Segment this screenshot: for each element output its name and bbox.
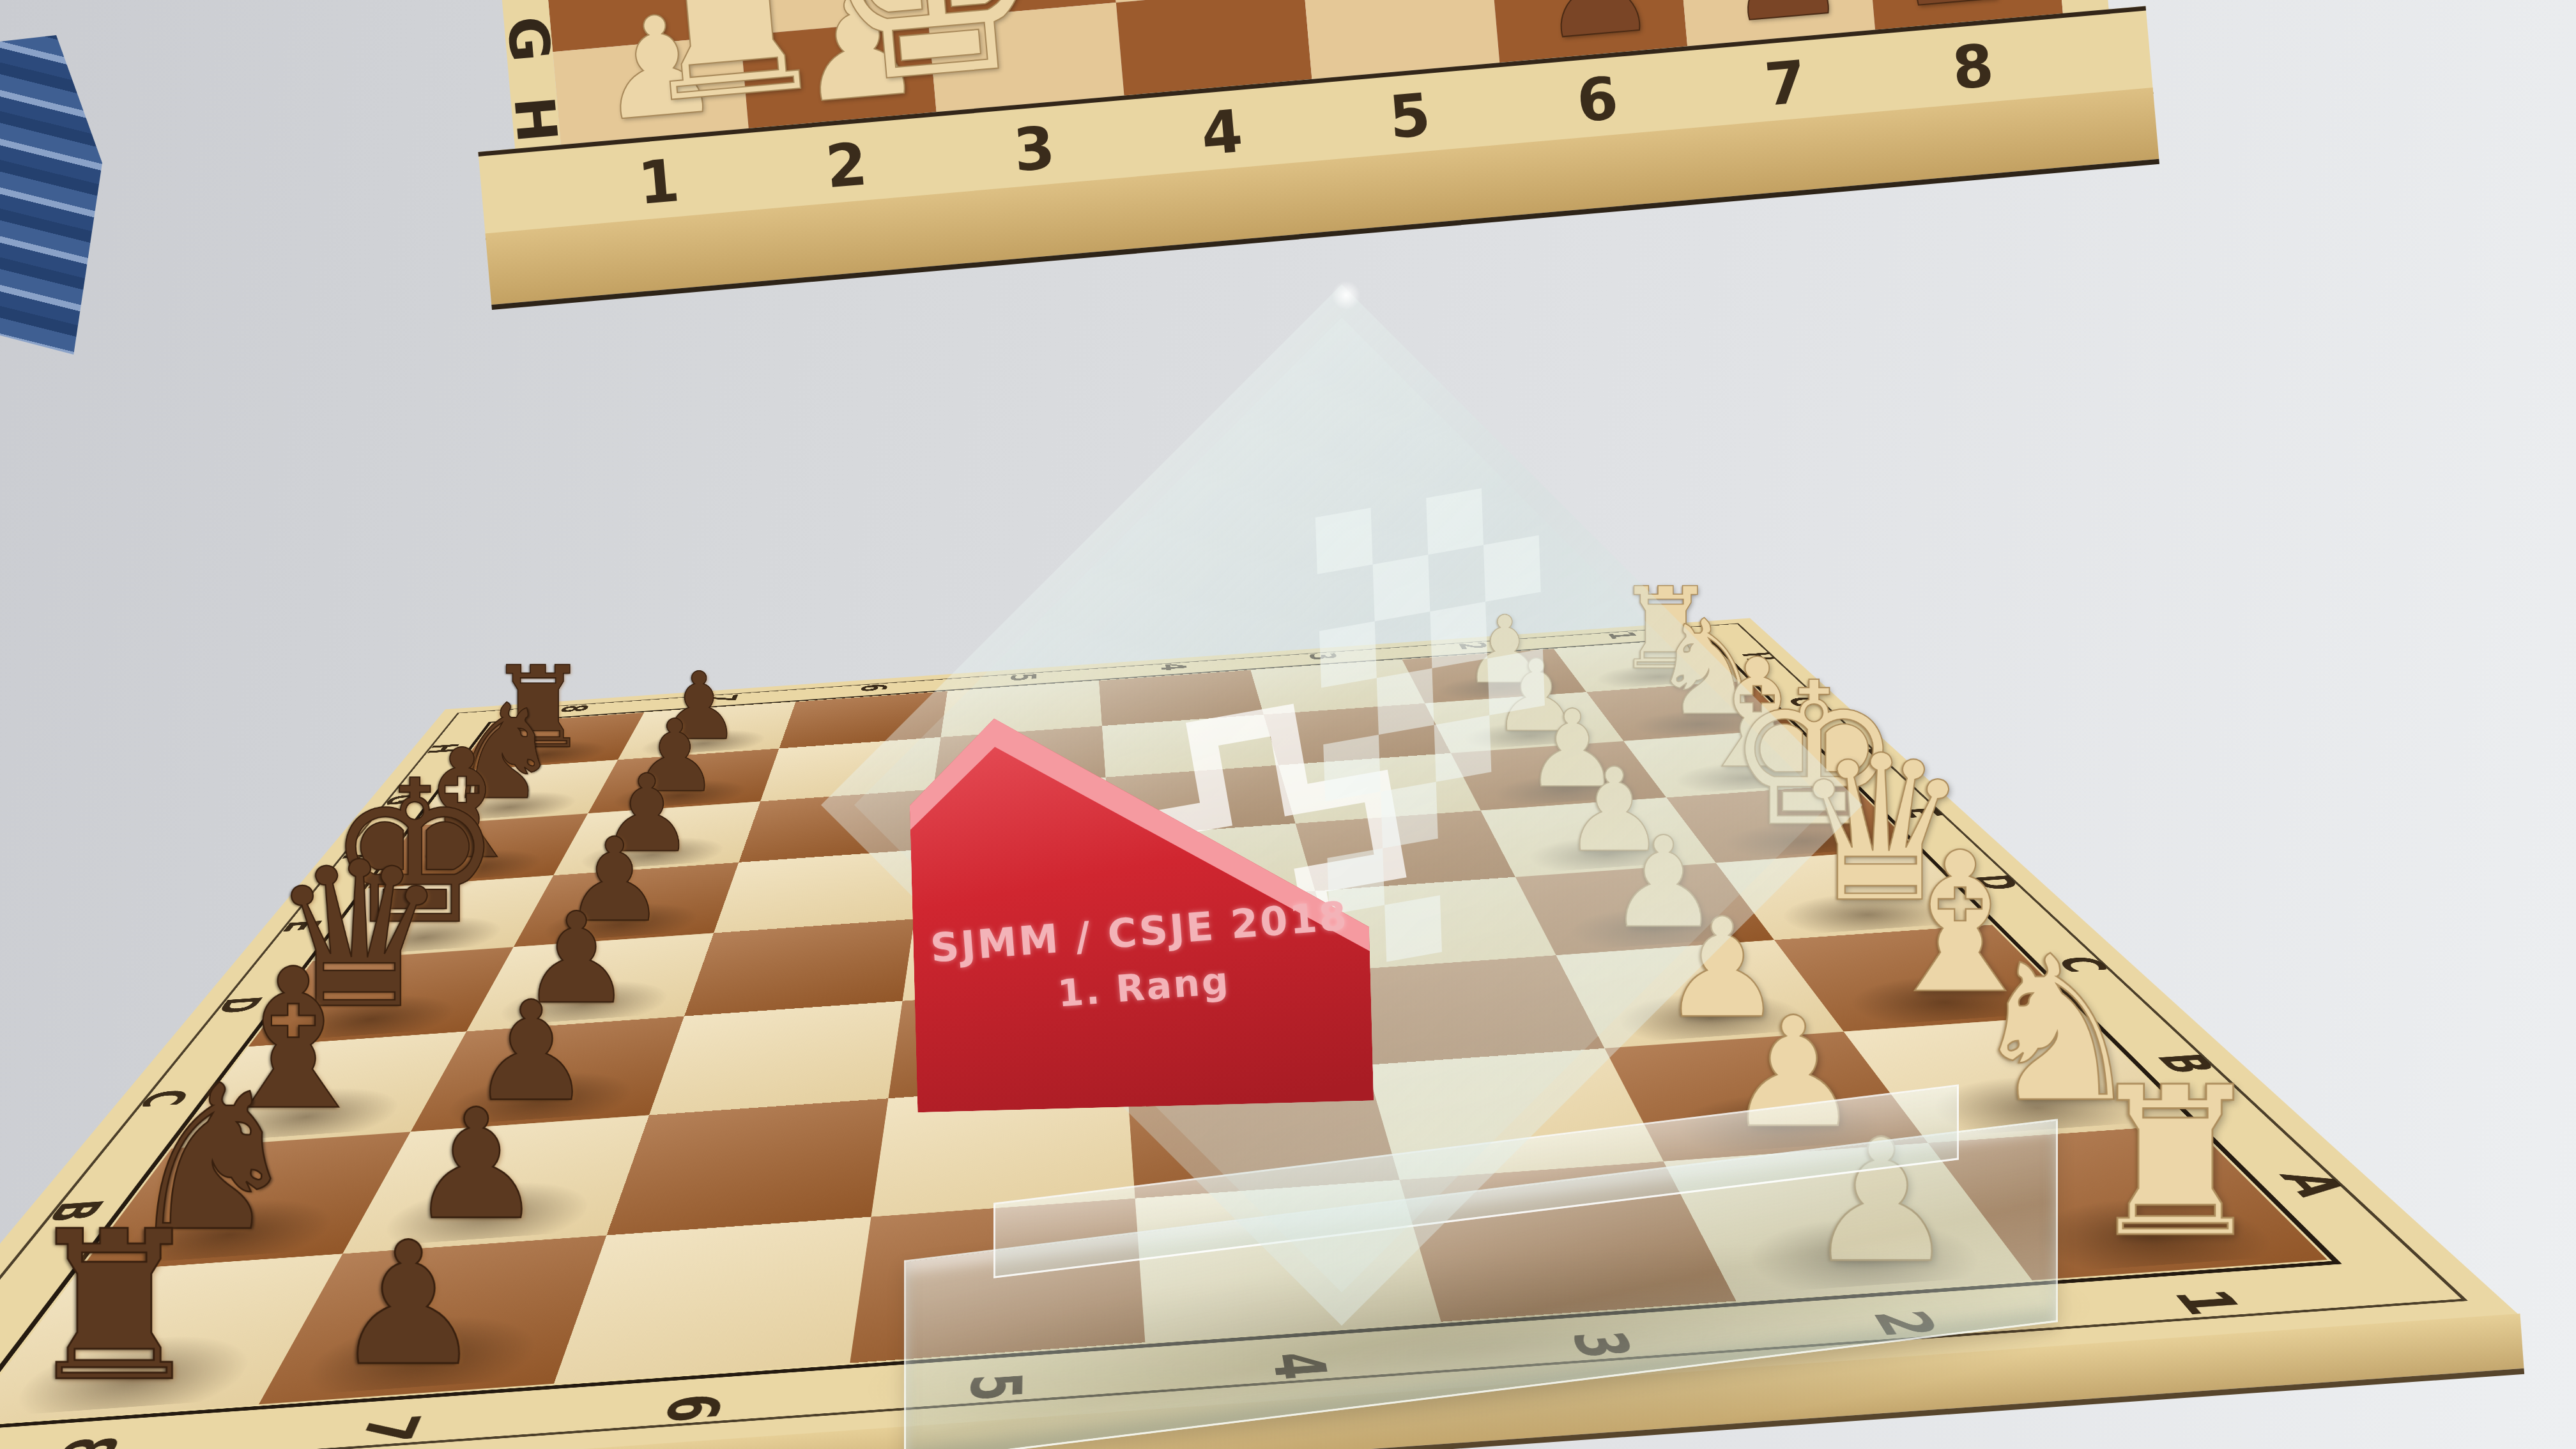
- square-a8[interactable]: ♜: [0, 1253, 342, 1425]
- board-corner: [2327, 1251, 2520, 1325]
- file-label-text: A: [2269, 1170, 2358, 1199]
- piece-black-pawn[interactable]: ♟: [332, 1220, 484, 1389]
- photo-scene: GH H 12345678 ♟♟♜♚♟♟♟ 87654321H♜♟♟♜HG♞♟♟…: [0, 0, 2576, 1449]
- rank-label-text: 8: [43, 1434, 131, 1449]
- trophy-apex-sparkle-icon: [1331, 280, 1361, 310]
- piece-black-rook[interactable]: ♜: [22, 1204, 206, 1409]
- background-file-letter: G: [499, 14, 558, 64]
- rank-label-text: 1: [2162, 1287, 2254, 1318]
- file-label-text: A: [0, 1333, 9, 1365]
- rank-label-text: 6: [654, 1392, 731, 1425]
- trophy-red-plate: SJMM / CSJE 2018 1. Rang: [907, 697, 1374, 1112]
- piece-white-rook[interactable]: ♜: [2083, 1059, 2268, 1265]
- rank-label-text: 7: [349, 1413, 431, 1446]
